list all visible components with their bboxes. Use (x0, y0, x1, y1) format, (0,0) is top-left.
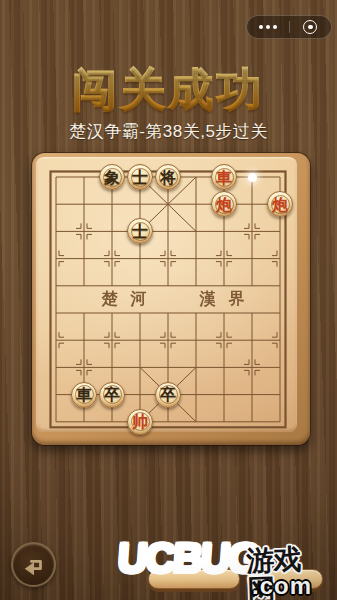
piece-glyph: 車 (216, 170, 232, 186)
piece-glyph: 車 (76, 387, 92, 403)
three-dots-icon (259, 25, 277, 29)
piece-炮-red[interactable]: 炮 (211, 191, 237, 217)
river-label-right: 漢界 (187, 289, 258, 310)
last-move-marker (248, 173, 257, 182)
river-label-left: 楚河 (89, 289, 160, 310)
piece-glyph: 卒 (104, 387, 120, 403)
exit-button[interactable] (290, 16, 332, 38)
wechat-capsule (246, 15, 332, 39)
bottom-button-right[interactable] (246, 569, 323, 589)
piece-glyph: 卒 (160, 387, 176, 403)
piece-卒-black[interactable]: 卒 (155, 382, 181, 408)
app-screen: 闯关成功 楚汉争霸-第38关,5步过关 楚河 漢界 象士将車炮炮士車卒卒帅 UC… (0, 0, 337, 600)
piece-車-red[interactable]: 車 (211, 164, 237, 190)
page-title: 闯关成功 (0, 60, 337, 120)
piece-車-black[interactable]: 車 (71, 382, 97, 408)
return-arrow-icon (21, 552, 47, 578)
piece-glyph: 象 (104, 170, 120, 186)
bottom-button-left[interactable] (148, 569, 240, 589)
piece-glyph: 帅 (132, 414, 148, 430)
piece-炮-red[interactable]: 炮 (267, 191, 293, 217)
xiangqi-board-panel: 楚河 漢界 象士将車炮炮士車卒卒帅 (32, 153, 310, 445)
piece-帅-red[interactable]: 帅 (127, 409, 153, 435)
level-info: 楚汉争霸-第38关,5步过关 (0, 120, 337, 143)
piece-glyph: 将 (160, 170, 176, 186)
piece-士-black[interactable]: 士 (127, 164, 153, 190)
piece-象-black[interactable]: 象 (99, 164, 125, 190)
circle-dot-icon (303, 20, 317, 34)
xiangqi-board[interactable]: 楚河 漢界 象士将車炮炮士車卒卒帅 (36, 157, 297, 432)
piece-glyph: 炮 (216, 197, 232, 213)
more-button[interactable] (247, 16, 289, 38)
piece-glyph: 士 (132, 170, 148, 186)
piece-glyph: 炮 (272, 197, 288, 213)
piece-卒-black[interactable]: 卒 (99, 382, 125, 408)
back-button[interactable] (11, 542, 56, 587)
piece-glyph: 士 (132, 224, 148, 240)
piece-将-black[interactable]: 将 (155, 164, 181, 190)
